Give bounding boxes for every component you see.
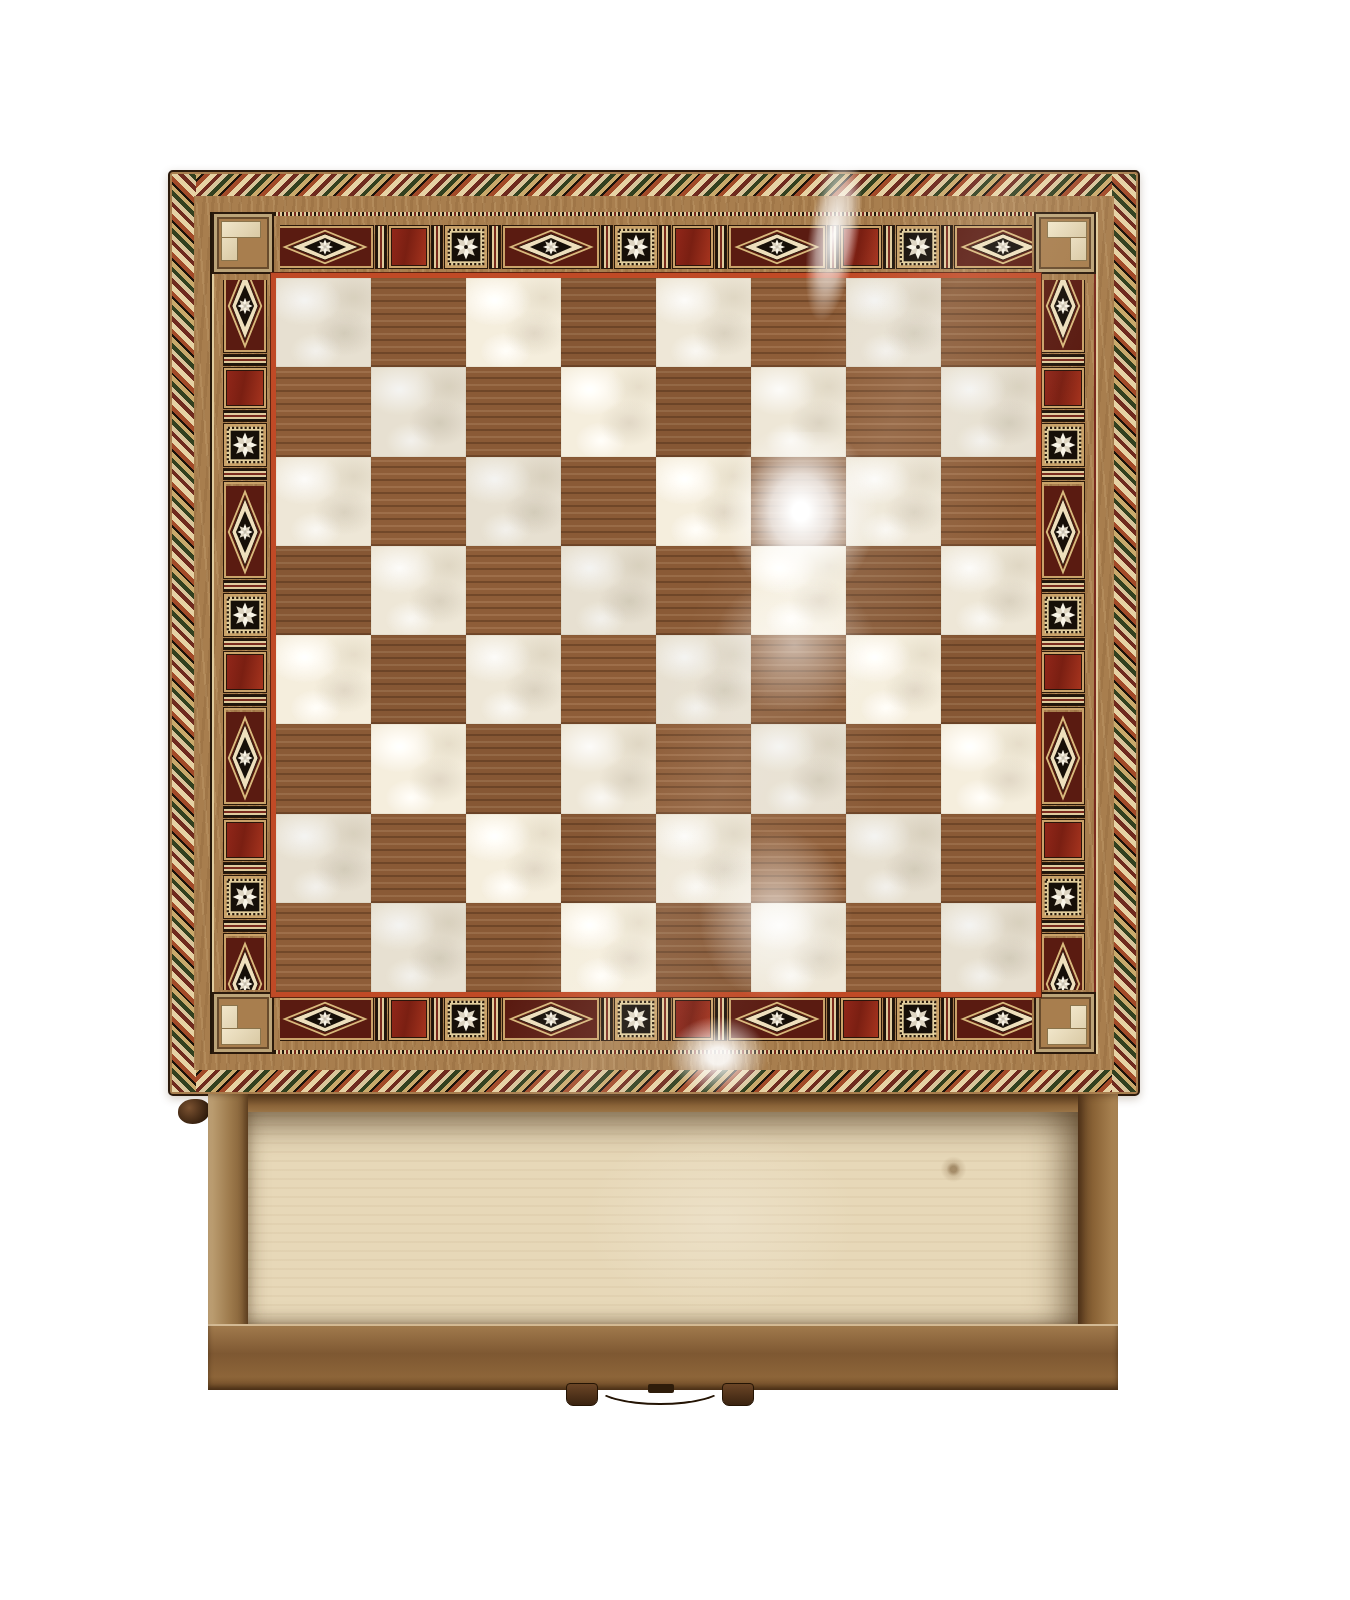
diamond-medallion-icon [224, 934, 266, 991]
latch-clasp-icon [648, 1384, 674, 1393]
striped-separator-inlay [224, 411, 266, 421]
board-square[interactable] [276, 457, 371, 546]
board-square[interactable] [751, 724, 846, 813]
board-square[interactable] [846, 457, 941, 546]
board-square[interactable] [941, 724, 1036, 813]
diamond-medallion-icon [955, 998, 1033, 1040]
star-medallion-icon [1042, 594, 1084, 636]
board-square[interactable] [561, 457, 656, 546]
chevron-band-right [1112, 174, 1136, 1092]
diamond-medallion-icon [280, 998, 373, 1040]
star-medallion-icon [224, 594, 266, 636]
mosaic-band-left [222, 280, 268, 990]
striped-separator-inlay [1042, 639, 1084, 649]
board-square[interactable] [846, 367, 941, 456]
board-square[interactable] [751, 278, 846, 367]
diamond-medallion-icon [280, 226, 373, 268]
storage-drawer[interactable] [208, 1094, 1118, 1390]
striped-separator-inlay [490, 226, 500, 268]
star-medallion-icon [615, 998, 657, 1040]
board-square[interactable] [941, 546, 1036, 635]
photo-background [0, 0, 1350, 1600]
striped-separator-inlay [224, 639, 266, 649]
striped-separator-inlay [602, 998, 612, 1040]
red-inlay-tile [673, 226, 713, 268]
star-medallion-icon [445, 226, 487, 268]
board-square[interactable] [561, 546, 656, 635]
red-inlay-tile [1042, 820, 1084, 860]
star-medallion-icon [615, 226, 657, 268]
board-square[interactable] [941, 278, 1036, 367]
striped-separator-inlay [224, 469, 266, 479]
striped-separator-inlay [490, 998, 500, 1040]
red-inlay-tile [841, 998, 881, 1040]
board-square[interactable] [276, 367, 371, 456]
board-square[interactable] [466, 278, 561, 367]
board-square[interactable] [941, 903, 1036, 992]
board-square[interactable] [656, 814, 751, 903]
striped-separator-inlay [602, 226, 612, 268]
red-inlay-tile [841, 226, 881, 268]
drawer-interior [248, 1112, 1078, 1324]
board-square[interactable] [276, 278, 371, 367]
board-square[interactable] [846, 903, 941, 992]
red-inlay-tile [389, 226, 429, 268]
board-square[interactable] [466, 724, 561, 813]
board-square[interactable] [846, 814, 941, 903]
diamond-medallion-icon [729, 226, 825, 268]
board-square[interactable] [656, 635, 751, 724]
board-square[interactable] [561, 278, 656, 367]
star-medallion-icon [445, 998, 487, 1040]
striped-separator-inlay [716, 226, 726, 268]
diamond-medallion-icon [224, 482, 266, 578]
board-square[interactable] [371, 724, 466, 813]
diamond-medallion-icon [1042, 934, 1084, 991]
star-medallion-icon [1042, 424, 1084, 466]
corner-bone-inlay [1034, 992, 1096, 1054]
corner-bone-inlay [212, 992, 274, 1054]
diamond-medallion-icon [503, 226, 599, 268]
board-square[interactable] [751, 903, 846, 992]
board-square[interactable] [371, 903, 466, 992]
star-medallion-icon [897, 226, 939, 268]
board-square[interactable] [466, 903, 561, 992]
board-square[interactable] [846, 546, 941, 635]
red-inlay-tile [389, 998, 429, 1040]
corner-bone-inlay [1034, 212, 1096, 274]
board-square[interactable] [561, 903, 656, 992]
star-medallion-icon [897, 998, 939, 1040]
striped-separator-inlay [224, 581, 266, 591]
board-square[interactable] [846, 278, 941, 367]
striped-separator-inlay [660, 226, 670, 268]
red-inlay-tile [1042, 368, 1084, 408]
chevron-band-bottom [172, 1068, 1136, 1092]
board-square[interactable] [561, 724, 656, 813]
striped-separator-inlay [432, 998, 442, 1040]
board-square[interactable] [656, 367, 751, 456]
striped-separator-inlay [1042, 863, 1084, 873]
board-square[interactable] [941, 367, 1036, 456]
mosaic-band-bottom [280, 996, 1032, 1042]
striped-separator-inlay [376, 998, 386, 1040]
striped-separator-inlay [1042, 695, 1084, 705]
corner-bone-inlay [212, 212, 274, 274]
board-square[interactable] [466, 457, 561, 546]
board-square[interactable] [751, 457, 846, 546]
chevron-band-top [172, 174, 1136, 198]
striped-separator-inlay [828, 226, 838, 268]
red-inlay-tile [224, 652, 266, 692]
red-inlay-tile [1042, 652, 1084, 692]
clasp-latch[interactable] [560, 1383, 760, 1411]
diamond-medallion-icon [1042, 708, 1084, 804]
board-squares-grid [276, 278, 1036, 992]
mosaic-band-right [1040, 280, 1086, 990]
board-square[interactable] [466, 367, 561, 456]
drawer-back-rim [208, 1094, 1118, 1112]
striped-separator-inlay [884, 998, 894, 1040]
diamond-medallion-icon [503, 998, 599, 1040]
striped-separator-inlay [224, 863, 266, 873]
board-square[interactable] [656, 278, 751, 367]
latch-post-icon [722, 1383, 754, 1406]
board-square[interactable] [371, 457, 466, 546]
striped-separator-inlay [942, 226, 952, 268]
striped-separator-inlay [1042, 807, 1084, 817]
board-square[interactable] [941, 635, 1036, 724]
board-square[interactable] [751, 814, 846, 903]
striped-separator-inlay [224, 807, 266, 817]
board-square[interactable] [656, 457, 751, 546]
board-square[interactable] [371, 367, 466, 456]
striped-separator-inlay [660, 998, 670, 1040]
board-square[interactable] [561, 814, 656, 903]
latch-post-icon [566, 1383, 598, 1406]
striped-separator-inlay [432, 226, 442, 268]
star-medallion-icon [224, 876, 266, 918]
striped-separator-inlay [224, 355, 266, 365]
red-inlay-tile [224, 820, 266, 860]
striped-separator-inlay [224, 921, 266, 931]
board-square[interactable] [276, 814, 371, 903]
board-square[interactable] [751, 367, 846, 456]
board-square[interactable] [371, 635, 466, 724]
board-square[interactable] [276, 546, 371, 635]
board-square[interactable] [561, 635, 656, 724]
star-medallion-icon [224, 424, 266, 466]
board-square[interactable] [466, 546, 561, 635]
diamond-medallion-icon [224, 708, 266, 804]
board-square[interactable] [561, 367, 656, 456]
red-inlay-tile [224, 368, 266, 408]
diamond-medallion-icon [1042, 280, 1084, 352]
board-square[interactable] [276, 724, 371, 813]
board-square[interactable] [276, 903, 371, 992]
chess-board [168, 170, 1140, 1096]
board-square[interactable] [371, 278, 466, 367]
board-square[interactable] [466, 814, 561, 903]
board-square[interactable] [751, 546, 846, 635]
board-square[interactable] [371, 546, 466, 635]
striped-separator-inlay [884, 226, 894, 268]
board-square[interactable] [941, 457, 1036, 546]
board-square[interactable] [656, 724, 751, 813]
striped-separator-inlay [1042, 581, 1084, 591]
striped-separator-inlay [376, 226, 386, 268]
striped-separator-inlay [224, 695, 266, 705]
chevron-band-left [172, 174, 196, 1092]
diamond-medallion-icon [1042, 482, 1084, 578]
mosaic-band-top [280, 224, 1032, 270]
board-square[interactable] [846, 724, 941, 813]
striped-separator-inlay [1042, 921, 1084, 931]
board-square[interactable] [846, 635, 941, 724]
striped-separator-inlay [1042, 411, 1084, 421]
board-square[interactable] [656, 903, 751, 992]
striped-separator-inlay [716, 998, 726, 1040]
drawer-front-panel[interactable] [208, 1324, 1118, 1390]
board-square[interactable] [466, 635, 561, 724]
board-square[interactable] [656, 546, 751, 635]
red-inlay-tile [673, 998, 713, 1040]
board-square[interactable] [751, 635, 846, 724]
striped-separator-inlay [1042, 355, 1084, 365]
star-medallion-icon [1042, 876, 1084, 918]
board-square[interactable] [371, 814, 466, 903]
diamond-medallion-icon [729, 998, 825, 1040]
board-square[interactable] [941, 814, 1036, 903]
diamond-medallion-icon [224, 280, 266, 352]
board-square[interactable] [276, 635, 371, 724]
striped-separator-inlay [942, 998, 952, 1040]
striped-separator-inlay [1042, 469, 1084, 479]
diamond-medallion-icon [955, 226, 1033, 268]
hinge-knob-icon [178, 1099, 210, 1124]
striped-separator-inlay [828, 998, 838, 1040]
